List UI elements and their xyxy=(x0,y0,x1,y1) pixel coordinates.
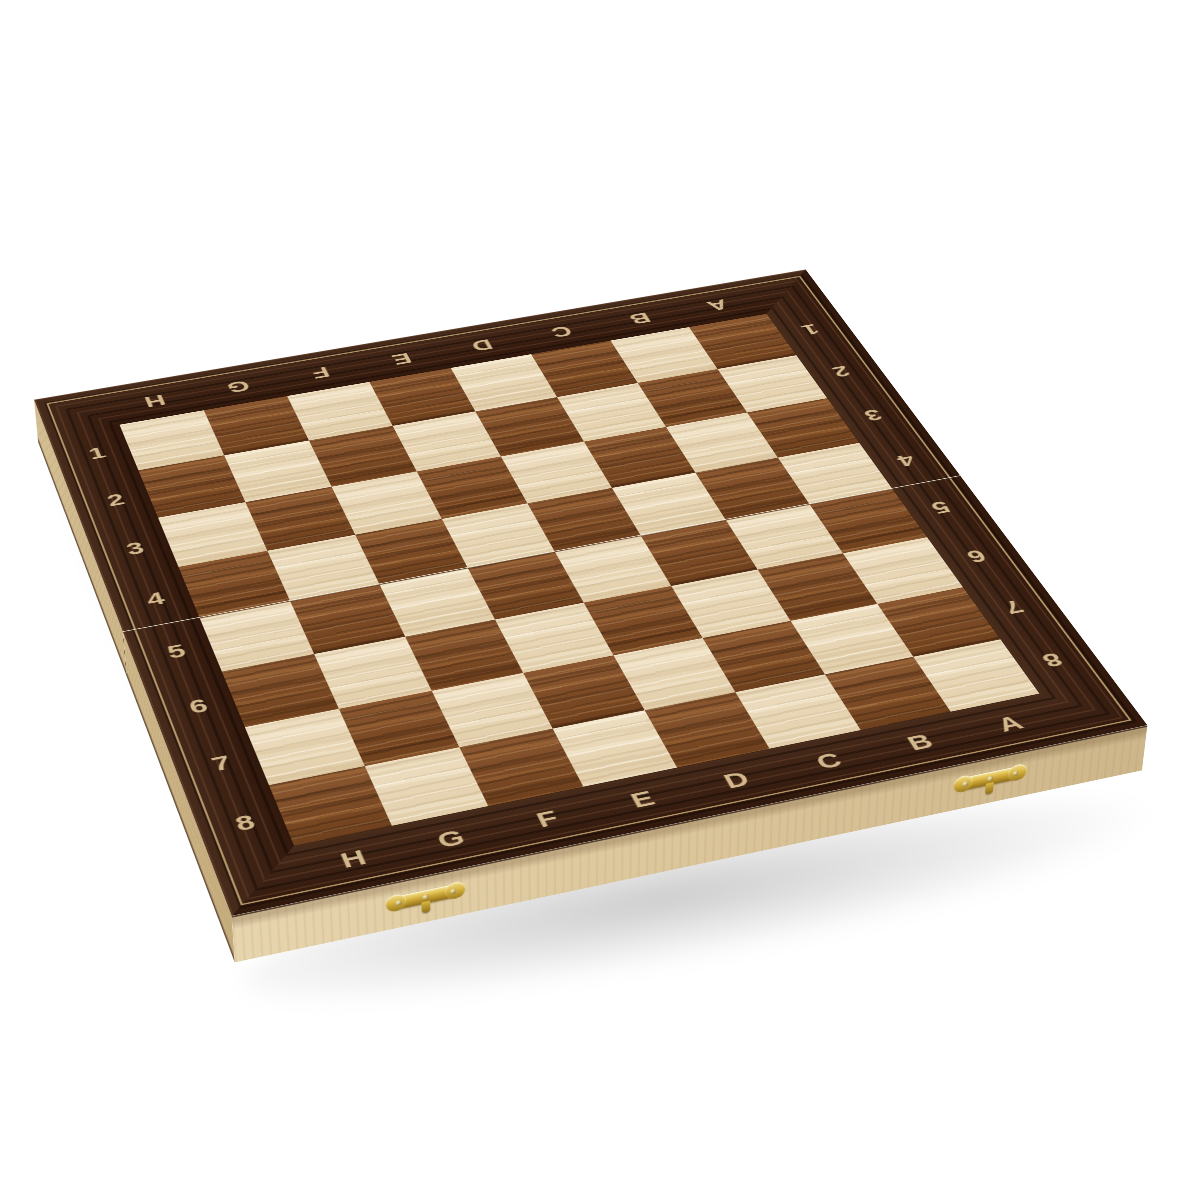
square-f5 xyxy=(380,568,495,636)
rank-label-left-4: 4 xyxy=(143,587,167,609)
rank-label-left-6: 6 xyxy=(185,694,211,718)
square-b7 xyxy=(791,604,914,674)
square-g7 xyxy=(339,691,459,766)
rank-label-left-5: 5 xyxy=(164,640,189,663)
rank-label-left-7: 7 xyxy=(208,750,234,775)
file-label-near-E: E xyxy=(626,786,659,813)
file-label-near-G: G xyxy=(433,825,469,853)
file-label-near-H: H xyxy=(336,845,370,873)
square-f8 xyxy=(459,729,583,806)
square-g6 xyxy=(314,637,432,709)
square-c6 xyxy=(671,570,790,638)
square-g5 xyxy=(290,585,405,654)
square-c7 xyxy=(703,621,825,692)
square-b6 xyxy=(758,553,878,621)
square-e5 xyxy=(468,552,584,620)
square-e8 xyxy=(553,710,677,786)
square-c8 xyxy=(735,674,860,748)
square-h5 xyxy=(200,601,314,671)
square-d6 xyxy=(584,586,703,655)
clasp-pin xyxy=(421,901,430,914)
square-b8 xyxy=(825,657,951,730)
square-h7 xyxy=(245,709,365,785)
square-a7 xyxy=(877,587,1000,656)
rank-label-left-8: 8 xyxy=(231,809,258,835)
square-f7 xyxy=(432,673,553,747)
square-h6 xyxy=(222,654,339,727)
rank-label-right-8: 8 xyxy=(1037,648,1068,671)
square-e7 xyxy=(523,655,644,728)
square-d8 xyxy=(645,692,770,767)
square-a8 xyxy=(913,639,1039,711)
square-d7 xyxy=(614,638,736,710)
square-h8 xyxy=(269,766,392,846)
file-label-near-B: B xyxy=(902,729,938,755)
square-e6 xyxy=(495,603,614,673)
file-label-near-D: D xyxy=(719,767,754,794)
square-f6 xyxy=(405,620,523,691)
rank-label-right-7: 7 xyxy=(999,596,1029,618)
clasp-pin xyxy=(985,782,994,795)
file-label-near-A: A xyxy=(992,711,1028,737)
product-photo-canvas: HH11GG22FF33EE44DD55CC66BB77AA88 xyxy=(0,0,1200,1200)
file-label-near-C: C xyxy=(811,748,846,774)
square-h4 xyxy=(178,551,290,618)
square-g8 xyxy=(365,747,488,826)
file-label-near-F: F xyxy=(532,806,563,833)
